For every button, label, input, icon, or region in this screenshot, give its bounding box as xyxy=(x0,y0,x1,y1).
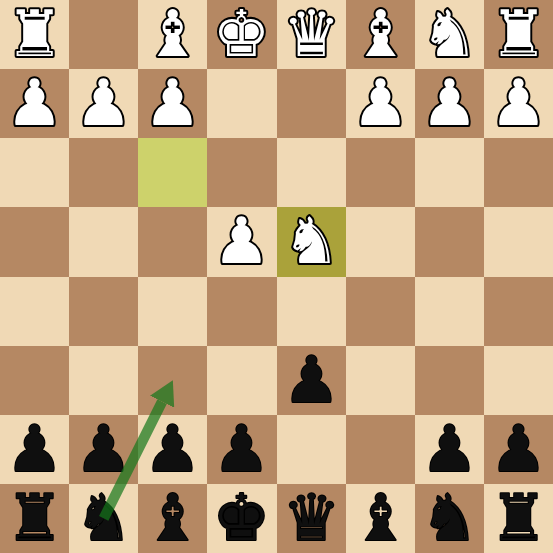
svg-text:♟: ♟ xyxy=(213,207,270,276)
square-b5[interactable] xyxy=(415,277,484,346)
svg-text:♝: ♝ xyxy=(351,0,408,69)
svg-text:♜: ♜ xyxy=(6,484,63,553)
piece-white-pawn[interactable]: ♟ xyxy=(484,69,553,138)
square-g8[interactable]: ♞ xyxy=(69,484,138,553)
square-a3[interactable] xyxy=(484,138,553,207)
svg-text:♟: ♟ xyxy=(144,69,201,138)
piece-black-pawn[interactable]: ♟ xyxy=(69,415,138,484)
piece-white-pawn[interactable]: ♟ xyxy=(415,69,484,138)
piece-black-king[interactable]: ♚ xyxy=(207,484,276,553)
square-f3[interactable] xyxy=(138,138,207,207)
square-g7[interactable]: ♟ xyxy=(69,415,138,484)
square-h6[interactable] xyxy=(0,346,69,415)
square-b4[interactable] xyxy=(415,207,484,276)
square-c2[interactable]: ♟ xyxy=(346,69,415,138)
square-c4[interactable] xyxy=(346,207,415,276)
square-e5[interactable] xyxy=(207,277,276,346)
piece-black-rook[interactable]: ♜ xyxy=(0,484,69,553)
square-h3[interactable] xyxy=(0,138,69,207)
square-f2[interactable]: ♟ xyxy=(138,69,207,138)
piece-black-bishop[interactable]: ♝ xyxy=(138,484,207,553)
square-e6[interactable] xyxy=(207,346,276,415)
square-b2[interactable]: ♟ xyxy=(415,69,484,138)
square-g4[interactable] xyxy=(69,207,138,276)
svg-text:♚: ♚ xyxy=(213,0,270,69)
square-a7[interactable]: ♟ xyxy=(484,415,553,484)
piece-white-pawn[interactable]: ♟ xyxy=(346,69,415,138)
svg-text:♞: ♞ xyxy=(282,207,339,276)
svg-text:♛: ♛ xyxy=(282,484,339,553)
piece-white-pawn[interactable]: ♟ xyxy=(0,69,69,138)
svg-text:♟: ♟ xyxy=(75,415,132,484)
square-d4[interactable]: ♞ xyxy=(277,207,346,276)
piece-black-pawn[interactable]: ♟ xyxy=(138,415,207,484)
piece-black-pawn[interactable]: ♟ xyxy=(484,415,553,484)
svg-text:♚: ♚ xyxy=(213,484,270,553)
svg-text:♝: ♝ xyxy=(144,484,201,553)
square-c1[interactable]: ♝ xyxy=(346,0,415,69)
square-e3[interactable] xyxy=(207,138,276,207)
square-h4[interactable] xyxy=(0,207,69,276)
square-f4[interactable] xyxy=(138,207,207,276)
square-a4[interactable] xyxy=(484,207,553,276)
square-d3[interactable] xyxy=(277,138,346,207)
piece-black-pawn[interactable]: ♟ xyxy=(207,415,276,484)
piece-white-bishop[interactable]: ♝ xyxy=(346,0,415,69)
square-d1[interactable]: ♛ xyxy=(277,0,346,69)
svg-text:♞: ♞ xyxy=(421,484,478,553)
square-d7[interactable] xyxy=(277,415,346,484)
piece-white-pawn[interactable]: ♟ xyxy=(138,69,207,138)
square-b8[interactable]: ♞ xyxy=(415,484,484,553)
square-c5[interactable] xyxy=(346,277,415,346)
square-b7[interactable]: ♟ xyxy=(415,415,484,484)
square-e4[interactable]: ♟ xyxy=(207,207,276,276)
svg-text:♞: ♞ xyxy=(75,484,132,553)
piece-white-rook[interactable]: ♜ xyxy=(0,0,69,69)
svg-text:♟: ♟ xyxy=(213,415,270,484)
piece-white-queen[interactable]: ♛ xyxy=(277,0,346,69)
square-c6[interactable] xyxy=(346,346,415,415)
square-a2[interactable]: ♟ xyxy=(484,69,553,138)
board-wrapper: ♜♝♚♛♝♞♜♟♟♟♟♟♟♟♞♟♟♟♟♟♟♟♜♞♝♚♛♝♞♜ xyxy=(0,0,553,553)
svg-text:♞: ♞ xyxy=(421,0,478,69)
square-f6[interactable] xyxy=(138,346,207,415)
piece-black-rook[interactable]: ♜ xyxy=(484,484,553,553)
piece-white-knight[interactable]: ♞ xyxy=(415,0,484,69)
square-a6[interactable] xyxy=(484,346,553,415)
piece-black-knight[interactable]: ♞ xyxy=(415,484,484,553)
square-g1[interactable] xyxy=(69,0,138,69)
svg-text:♟: ♟ xyxy=(421,69,478,138)
square-c3[interactable] xyxy=(346,138,415,207)
square-h5[interactable] xyxy=(0,277,69,346)
square-g2[interactable]: ♟ xyxy=(69,69,138,138)
svg-text:♜: ♜ xyxy=(490,0,547,69)
piece-white-pawn[interactable]: ♟ xyxy=(207,207,276,276)
piece-black-queen[interactable]: ♛ xyxy=(277,484,346,553)
svg-text:♟: ♟ xyxy=(351,69,408,138)
piece-black-pawn[interactable]: ♟ xyxy=(415,415,484,484)
svg-text:♟: ♟ xyxy=(6,69,63,138)
square-h1[interactable]: ♜ xyxy=(0,0,69,69)
square-g5[interactable] xyxy=(69,277,138,346)
square-e2[interactable] xyxy=(207,69,276,138)
square-h7[interactable]: ♟ xyxy=(0,415,69,484)
svg-text:♟: ♟ xyxy=(421,415,478,484)
piece-white-king[interactable]: ♚ xyxy=(207,0,276,69)
svg-text:♝: ♝ xyxy=(351,484,408,553)
square-b3[interactable] xyxy=(415,138,484,207)
svg-text:♟: ♟ xyxy=(490,415,547,484)
square-c7[interactable] xyxy=(346,415,415,484)
piece-black-knight[interactable]: ♞ xyxy=(69,484,138,553)
square-b1[interactable]: ♞ xyxy=(415,0,484,69)
square-h2[interactable]: ♟ xyxy=(0,69,69,138)
square-d2[interactable] xyxy=(277,69,346,138)
square-a1[interactable]: ♜ xyxy=(484,0,553,69)
square-e7[interactable]: ♟ xyxy=(207,415,276,484)
svg-text:♛: ♛ xyxy=(282,0,339,69)
square-e8[interactable]: ♚ xyxy=(207,484,276,553)
square-e1[interactable]: ♚ xyxy=(207,0,276,69)
square-f8[interactable]: ♝ xyxy=(138,484,207,553)
svg-text:♟: ♟ xyxy=(75,69,132,138)
square-g6[interactable] xyxy=(69,346,138,415)
square-f5[interactable] xyxy=(138,277,207,346)
svg-text:♜: ♜ xyxy=(6,0,63,69)
svg-text:♟: ♟ xyxy=(144,415,201,484)
svg-text:♟: ♟ xyxy=(6,415,63,484)
square-c8[interactable]: ♝ xyxy=(346,484,415,553)
piece-black-pawn[interactable]: ♟ xyxy=(277,346,346,415)
square-a5[interactable] xyxy=(484,277,553,346)
svg-text:♟: ♟ xyxy=(490,69,547,138)
square-f1[interactable]: ♝ xyxy=(138,0,207,69)
square-g3[interactable] xyxy=(69,138,138,207)
piece-black-bishop[interactable]: ♝ xyxy=(346,484,415,553)
chess-board: ♜♝♚♛♝♞♜♟♟♟♟♟♟♟♞♟♟♟♟♟♟♟♜♞♝♚♛♝♞♜ xyxy=(0,0,553,553)
square-a8[interactable]: ♜ xyxy=(484,484,553,553)
piece-black-pawn[interactable]: ♟ xyxy=(0,415,69,484)
square-d8[interactable]: ♛ xyxy=(277,484,346,553)
square-f7[interactable]: ♟ xyxy=(138,415,207,484)
square-d5[interactable] xyxy=(277,277,346,346)
piece-white-knight[interactable]: ♞ xyxy=(277,207,346,276)
piece-white-bishop[interactable]: ♝ xyxy=(138,0,207,69)
square-h8[interactable]: ♜ xyxy=(0,484,69,553)
piece-white-pawn[interactable]: ♟ xyxy=(69,69,138,138)
square-b6[interactable] xyxy=(415,346,484,415)
piece-white-rook[interactable]: ♜ xyxy=(484,0,553,69)
svg-text:♝: ♝ xyxy=(144,0,201,69)
svg-text:♟: ♟ xyxy=(282,346,339,415)
square-d6[interactable]: ♟ xyxy=(277,346,346,415)
svg-text:♜: ♜ xyxy=(490,484,547,553)
